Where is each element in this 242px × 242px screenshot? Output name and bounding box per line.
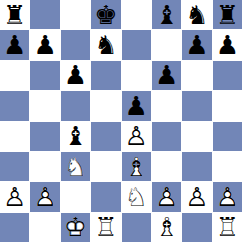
white-piece-outline-glyph: ♘ xyxy=(61,152,90,181)
piece-black-king[interactable]: ♚ xyxy=(91,0,120,29)
square-d8[interactable]: ♚ xyxy=(91,0,120,29)
white-piece-outline-glyph: ♗ xyxy=(122,152,151,181)
piece-white-pawn[interactable]: ♟♙ xyxy=(30,182,59,211)
square-a2[interactable]: ♟♙ xyxy=(0,182,29,211)
piece-white-pawn[interactable]: ♟♙ xyxy=(0,182,29,211)
white-piece-outline-glyph: ♘ xyxy=(122,182,151,211)
square-e1[interactable] xyxy=(122,213,151,242)
square-h8[interactable]: ♜ xyxy=(213,0,242,29)
square-a8[interactable]: ♜ xyxy=(0,0,29,29)
square-d1[interactable]: ♜♖ xyxy=(91,213,120,242)
square-d2[interactable] xyxy=(91,182,120,211)
square-a6[interactable] xyxy=(0,61,29,90)
square-b3[interactable] xyxy=(30,152,59,181)
square-f2[interactable]: ♟♙ xyxy=(152,182,181,211)
square-c4[interactable]: ♝ xyxy=(61,122,90,151)
white-piece-outline-glyph: ♖ xyxy=(91,213,120,242)
square-g8[interactable]: ♞ xyxy=(182,0,211,29)
square-g6[interactable] xyxy=(182,61,211,90)
black-piece-glyph: ♟ xyxy=(30,30,59,59)
square-g3[interactable] xyxy=(182,152,211,181)
square-h3[interactable] xyxy=(213,152,242,181)
square-b7[interactable]: ♟ xyxy=(30,30,59,59)
piece-black-knight[interactable]: ♞ xyxy=(91,30,120,59)
black-piece-glyph: ♟ xyxy=(122,91,151,120)
piece-white-knight[interactable]: ♞♘ xyxy=(122,182,151,211)
white-piece-outline-glyph: ♙ xyxy=(30,182,59,211)
square-e3[interactable]: ♝♗ xyxy=(122,152,151,181)
piece-black-pawn[interactable]: ♟ xyxy=(30,30,59,59)
square-f5[interactable] xyxy=(152,91,181,120)
black-piece-glyph: ♟ xyxy=(61,61,90,90)
black-piece-glyph: ♜ xyxy=(213,0,242,29)
square-d3[interactable] xyxy=(91,152,120,181)
piece-white-bishop[interactable]: ♝♗ xyxy=(122,152,151,181)
piece-white-king[interactable]: ♚♔ xyxy=(61,213,90,242)
piece-black-pawn[interactable]: ♟ xyxy=(152,61,181,90)
piece-black-bishop[interactable]: ♝ xyxy=(61,122,90,151)
piece-black-knight[interactable]: ♞ xyxy=(182,0,211,29)
square-e7[interactable] xyxy=(122,30,151,59)
black-piece-glyph: ♞ xyxy=(182,0,211,29)
piece-black-pawn[interactable]: ♟ xyxy=(182,30,211,59)
square-e2[interactable]: ♞♘ xyxy=(122,182,151,211)
square-f3[interactable] xyxy=(152,152,181,181)
square-d5[interactable] xyxy=(91,91,120,120)
square-f1[interactable]: ♝♗ xyxy=(152,213,181,242)
square-g7[interactable]: ♟ xyxy=(182,30,211,59)
piece-black-pawn[interactable]: ♟ xyxy=(0,30,29,59)
square-g4[interactable] xyxy=(182,122,211,151)
square-h7[interactable]: ♟ xyxy=(213,30,242,59)
black-piece-glyph: ♝ xyxy=(61,122,90,151)
square-b5[interactable] xyxy=(30,91,59,120)
square-d6[interactable] xyxy=(91,61,120,90)
square-b4[interactable] xyxy=(30,122,59,151)
square-a7[interactable]: ♟ xyxy=(0,30,29,59)
piece-white-pawn[interactable]: ♟♙ xyxy=(152,182,181,211)
black-piece-glyph: ♚ xyxy=(91,0,120,29)
square-g1[interactable] xyxy=(182,213,211,242)
square-f7[interactable] xyxy=(152,30,181,59)
chess-board: ♜♚♝♞♜♟♟♞♟♟♟♟♟♝♟♙♞♘♝♗♟♙♟♙♞♘♟♙♟♙♟♙♚♔♜♖♝♗♜♖ xyxy=(0,0,242,242)
piece-white-pawn[interactable]: ♟♙ xyxy=(122,122,151,151)
square-h5[interactable] xyxy=(213,91,242,120)
square-f8[interactable]: ♝ xyxy=(152,0,181,29)
square-f4[interactable] xyxy=(152,122,181,151)
white-piece-outline-glyph: ♗ xyxy=(152,213,181,242)
square-g5[interactable] xyxy=(182,91,211,120)
square-c6[interactable]: ♟ xyxy=(61,61,90,90)
square-e4[interactable]: ♟♙ xyxy=(122,122,151,151)
piece-white-rook[interactable]: ♜♖ xyxy=(91,213,120,242)
black-piece-glyph: ♟ xyxy=(213,30,242,59)
square-a1[interactable] xyxy=(0,213,29,242)
square-a4[interactable] xyxy=(0,122,29,151)
white-piece-outline-glyph: ♙ xyxy=(122,122,151,151)
square-b1[interactable] xyxy=(30,213,59,242)
square-h6[interactable] xyxy=(213,61,242,90)
square-c1[interactable]: ♚♔ xyxy=(61,213,90,242)
square-d4[interactable] xyxy=(91,122,120,151)
white-piece-outline-glyph: ♙ xyxy=(213,182,242,211)
piece-white-rook[interactable]: ♜♖ xyxy=(213,213,242,242)
white-piece-outline-glyph: ♖ xyxy=(213,213,242,242)
square-a5[interactable] xyxy=(0,91,29,120)
black-piece-glyph: ♜ xyxy=(0,0,29,29)
square-b8[interactable] xyxy=(30,0,59,29)
square-d7[interactable]: ♞ xyxy=(91,30,120,59)
square-f6[interactable]: ♟ xyxy=(152,61,181,90)
black-piece-glyph: ♝ xyxy=(152,0,181,29)
white-piece-outline-glyph: ♙ xyxy=(152,182,181,211)
square-c7[interactable] xyxy=(61,30,90,59)
piece-white-pawn[interactable]: ♟♙ xyxy=(213,182,242,211)
square-h2[interactable]: ♟♙ xyxy=(213,182,242,211)
square-a3[interactable] xyxy=(0,152,29,181)
piece-black-rook[interactable]: ♜ xyxy=(0,0,29,29)
black-piece-glyph: ♞ xyxy=(91,30,120,59)
piece-black-pawn[interactable]: ♟ xyxy=(213,30,242,59)
square-e6[interactable] xyxy=(122,61,151,90)
piece-white-bishop[interactable]: ♝♗ xyxy=(152,213,181,242)
piece-black-pawn[interactable]: ♟ xyxy=(61,61,90,90)
piece-black-pawn[interactable]: ♟ xyxy=(122,91,151,120)
piece-white-pawn[interactable]: ♟♙ xyxy=(182,182,211,211)
square-e8[interactable] xyxy=(122,0,151,29)
square-e5[interactable]: ♟ xyxy=(122,91,151,120)
black-piece-glyph: ♟ xyxy=(0,30,29,59)
piece-black-rook[interactable]: ♜ xyxy=(213,0,242,29)
white-piece-outline-glyph: ♔ xyxy=(61,213,90,242)
black-piece-glyph: ♟ xyxy=(152,61,181,90)
square-b6[interactable] xyxy=(30,61,59,90)
square-h1[interactable]: ♜♖ xyxy=(213,213,242,242)
square-h4[interactable] xyxy=(213,122,242,151)
white-piece-outline-glyph: ♙ xyxy=(182,182,211,211)
black-piece-glyph: ♟ xyxy=(182,30,211,59)
square-c8[interactable] xyxy=(61,0,90,29)
piece-white-knight[interactable]: ♞♘ xyxy=(61,152,90,181)
square-c5[interactable] xyxy=(61,91,90,120)
square-c2[interactable] xyxy=(61,182,90,211)
piece-black-bishop[interactable]: ♝ xyxy=(152,0,181,29)
square-c3[interactable]: ♞♘ xyxy=(61,152,90,181)
white-piece-outline-glyph: ♙ xyxy=(0,182,29,211)
square-g2[interactable]: ♟♙ xyxy=(182,182,211,211)
square-b2[interactable]: ♟♙ xyxy=(30,182,59,211)
